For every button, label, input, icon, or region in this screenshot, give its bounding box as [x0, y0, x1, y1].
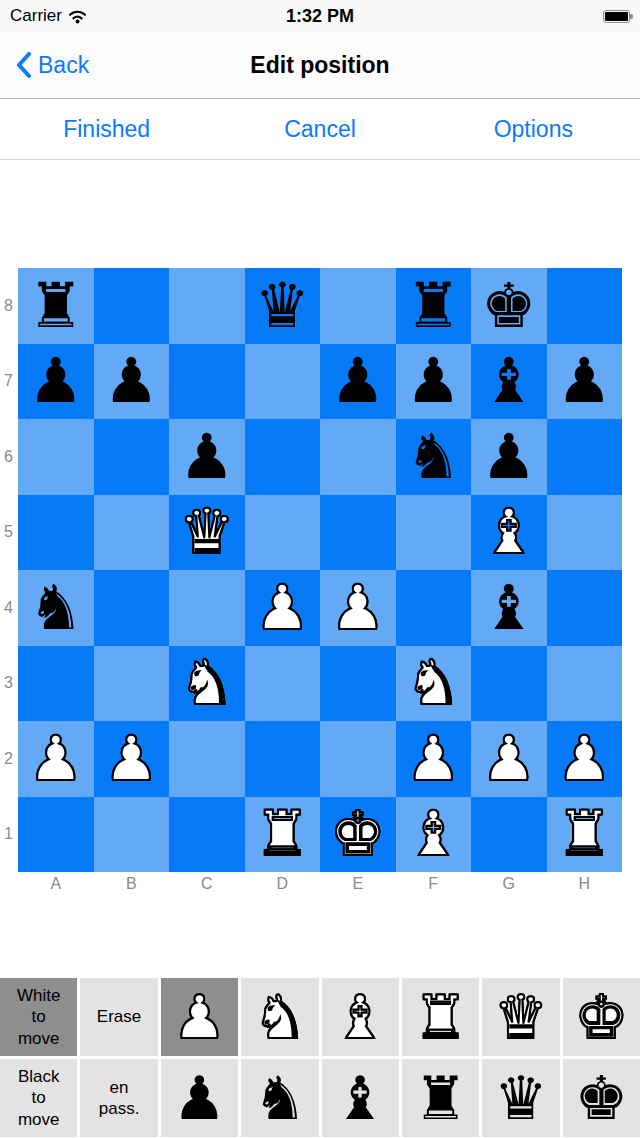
- piece-white-knight: ♞: [405, 652, 461, 714]
- file-label-h: H: [547, 874, 623, 894]
- square-f3[interactable]: ♞: [396, 646, 472, 722]
- square-d6[interactable]: [245, 419, 321, 495]
- piece-white-pawn: ♟: [28, 728, 84, 790]
- rank-label-8: 8: [1, 268, 16, 344]
- en-passant-button[interactable]: en pass.: [80, 1059, 157, 1137]
- erase-button-label: Erase: [97, 1006, 141, 1027]
- chess-board: ♜♛♜♚♟♟♟♟♝♟♟♞♟♛♝♞♟♟♝♞♞♟♟♟♟♟♜♚♝♜: [18, 268, 622, 872]
- back-chevron-icon: [16, 52, 31, 78]
- square-h7[interactable]: ♟: [547, 344, 623, 420]
- black-knight-button[interactable]: ♞: [241, 1059, 318, 1137]
- black-king-button[interactable]: ♚: [563, 1059, 640, 1137]
- square-c1[interactable]: [169, 797, 245, 873]
- piece-white-pawn: ♟: [405, 728, 461, 790]
- square-g6[interactable]: ♟: [471, 419, 547, 495]
- square-b3[interactable]: [94, 646, 170, 722]
- white-bishop-button[interactable]: ♝: [322, 978, 399, 1056]
- clock: 1:32 PM: [0, 6, 640, 27]
- square-d3[interactable]: [245, 646, 321, 722]
- piece-black-bishop: ♝: [481, 577, 537, 639]
- cancel-button[interactable]: Cancel: [213, 116, 426, 143]
- piece-black-pawn: ♟: [179, 426, 235, 488]
- palette-piece-black-rook: ♜: [414, 1068, 468, 1128]
- rank-label-1: 1: [1, 797, 16, 873]
- square-f8[interactable]: ♜: [396, 268, 472, 344]
- square-h6[interactable]: [547, 419, 623, 495]
- square-e2[interactable]: [320, 721, 396, 797]
- square-c5[interactable]: ♛: [169, 495, 245, 571]
- edit-toolbar: Finished Cancel Options: [0, 99, 640, 160]
- back-button[interactable]: Back: [16, 52, 89, 79]
- square-g7[interactable]: ♝: [471, 344, 547, 420]
- file-label-g: G: [471, 874, 547, 894]
- square-c2[interactable]: [169, 721, 245, 797]
- square-g5[interactable]: ♝: [471, 495, 547, 571]
- square-a7[interactable]: ♟: [18, 344, 94, 420]
- square-f5[interactable]: [396, 495, 472, 571]
- square-d4[interactable]: ♟: [245, 570, 321, 646]
- square-f4[interactable]: [396, 570, 472, 646]
- file-label-f: F: [396, 874, 472, 894]
- piece-white-pawn: ♟: [103, 728, 159, 790]
- finished-button[interactable]: Finished: [0, 116, 213, 143]
- black-rook-button[interactable]: ♜: [402, 1059, 479, 1137]
- piece-white-pawn: ♟: [481, 728, 537, 790]
- options-button[interactable]: Options: [427, 116, 640, 143]
- square-b1[interactable]: [94, 797, 170, 873]
- rank-label-2: 2: [1, 721, 16, 797]
- board-area: ♜♛♜♚♟♟♟♟♝♟♟♞♟♛♝♞♟♟♝♞♞♟♟♟♟♟♜♚♝♜ 87654321A…: [18, 268, 622, 872]
- rank-label-5: 5: [1, 495, 16, 571]
- square-a8[interactable]: ♜: [18, 268, 94, 344]
- piece-white-rook: ♜: [556, 803, 612, 865]
- black-queen-button[interactable]: ♛: [482, 1059, 559, 1137]
- square-e4[interactable]: ♟: [320, 570, 396, 646]
- piece-black-king: ♚: [481, 275, 537, 337]
- piece-black-queen: ♛: [254, 275, 310, 337]
- square-a3[interactable]: [18, 646, 94, 722]
- square-g8[interactable]: ♚: [471, 268, 547, 344]
- square-d8[interactable]: ♛: [245, 268, 321, 344]
- white-king-button[interactable]: ♚: [563, 978, 640, 1056]
- en-passant-button-label: en pass.: [99, 1077, 140, 1120]
- black-pawn-button[interactable]: ♟: [161, 1059, 238, 1137]
- square-d5[interactable]: [245, 495, 321, 571]
- piece-white-pawn: ♟: [556, 728, 612, 790]
- square-f1[interactable]: ♝: [396, 797, 472, 873]
- square-c3[interactable]: ♞: [169, 646, 245, 722]
- battery-icon: [603, 10, 630, 23]
- piece-white-king: ♚: [330, 803, 386, 865]
- square-f6[interactable]: ♞: [396, 419, 472, 495]
- rank-label-7: 7: [1, 344, 16, 420]
- rank-label-3: 3: [1, 646, 16, 722]
- file-label-d: D: [245, 874, 321, 894]
- black-to-move-button-label: Black to move: [18, 1066, 60, 1130]
- piece-black-pawn: ♟: [103, 350, 159, 412]
- square-b2[interactable]: ♟: [94, 721, 170, 797]
- square-h3[interactable]: [547, 646, 623, 722]
- square-e1[interactable]: ♚: [320, 797, 396, 873]
- file-label-c: C: [169, 874, 245, 894]
- nav-bar: Back Edit position: [0, 32, 640, 99]
- piece-black-pawn: ♟: [28, 350, 84, 412]
- white-rook-button[interactable]: ♜: [402, 978, 479, 1056]
- square-b6[interactable]: [94, 419, 170, 495]
- square-d1[interactable]: ♜: [245, 797, 321, 873]
- piece-black-knight: ♞: [405, 426, 461, 488]
- square-h4[interactable]: [547, 570, 623, 646]
- rank-label-6: 6: [1, 419, 16, 495]
- palette-piece-white-bishop: ♝: [333, 987, 387, 1047]
- square-c4[interactable]: [169, 570, 245, 646]
- back-label: Back: [38, 52, 89, 79]
- palette-piece-black-queen: ♛: [494, 1068, 548, 1128]
- file-label-a: A: [18, 874, 94, 894]
- page-title: Edit position: [0, 52, 640, 79]
- white-queen-button[interactable]: ♛: [482, 978, 559, 1056]
- square-b4[interactable]: [94, 570, 170, 646]
- square-e8[interactable]: [320, 268, 396, 344]
- black-to-move-button[interactable]: Black to move: [0, 1059, 77, 1137]
- file-label-e: E: [320, 874, 396, 894]
- square-b7[interactable]: ♟: [94, 344, 170, 420]
- square-e5[interactable]: [320, 495, 396, 571]
- erase-button[interactable]: Erase: [80, 978, 157, 1056]
- square-c6[interactable]: ♟: [169, 419, 245, 495]
- square-h1[interactable]: ♜: [547, 797, 623, 873]
- piece-black-rook: ♜: [405, 275, 461, 337]
- piece-white-pawn: ♟: [330, 577, 386, 639]
- piece-white-bishop: ♝: [405, 803, 461, 865]
- piece-black-pawn: ♟: [556, 350, 612, 412]
- white-to-move-button-label: White to move: [17, 985, 60, 1049]
- piece-black-knight: ♞: [28, 577, 84, 639]
- square-g1[interactable]: [471, 797, 547, 873]
- battery-area: [603, 10, 630, 23]
- square-g3[interactable]: [471, 646, 547, 722]
- piece-white-bishop: ♝: [481, 501, 537, 563]
- white-to-move-button[interactable]: White to move: [0, 978, 77, 1056]
- white-knight-button[interactable]: ♞: [241, 978, 318, 1056]
- palette-piece-black-knight: ♞: [253, 1068, 307, 1128]
- square-f2[interactable]: ♟: [396, 721, 472, 797]
- piece-white-queen: ♛: [179, 501, 235, 563]
- square-h2[interactable]: ♟: [547, 721, 623, 797]
- palette-piece-black-king: ♚: [574, 1068, 628, 1128]
- status-bar: Carrier 1:32 PM: [0, 0, 640, 32]
- palette-piece-white-pawn: ♟: [173, 987, 227, 1047]
- piece-black-pawn: ♟: [330, 350, 386, 412]
- square-e7[interactable]: ♟: [320, 344, 396, 420]
- square-e3[interactable]: [320, 646, 396, 722]
- white-pawn-button[interactable]: ♟: [161, 978, 238, 1056]
- piece-palette: White to moveErase♟♞♝♜♛♚Black to moveen …: [0, 978, 640, 1138]
- file-label-b: B: [94, 874, 170, 894]
- square-a2[interactable]: ♟: [18, 721, 94, 797]
- square-c8[interactable]: [169, 268, 245, 344]
- piece-black-pawn: ♟: [481, 426, 537, 488]
- square-a5[interactable]: [18, 495, 94, 571]
- piece-white-knight: ♞: [179, 652, 235, 714]
- rank-label-4: 4: [1, 570, 16, 646]
- piece-black-rook: ♜: [28, 275, 84, 337]
- palette-piece-white-knight: ♞: [253, 987, 307, 1047]
- edit-position-screen: Carrier 1:32 PM Back Edit position Finis…: [0, 0, 640, 1138]
- square-b5[interactable]: [94, 495, 170, 571]
- square-g2[interactable]: ♟: [471, 721, 547, 797]
- square-h5[interactable]: [547, 495, 623, 571]
- square-f7[interactable]: ♟: [396, 344, 472, 420]
- square-a6[interactable]: [18, 419, 94, 495]
- palette-piece-white-king: ♚: [574, 987, 628, 1047]
- piece-white-rook: ♜: [254, 803, 310, 865]
- square-a1[interactable]: [18, 797, 94, 873]
- palette-piece-white-rook: ♜: [414, 987, 468, 1047]
- piece-black-bishop: ♝: [481, 350, 537, 412]
- square-d7[interactable]: [245, 344, 321, 420]
- palette-piece-white-queen: ♛: [494, 987, 548, 1047]
- square-c7[interactable]: [169, 344, 245, 420]
- palette-piece-black-pawn: ♟: [173, 1068, 227, 1128]
- palette-piece-black-bishop: ♝: [333, 1068, 387, 1128]
- square-h8[interactable]: [547, 268, 623, 344]
- square-g4[interactable]: ♝: [471, 570, 547, 646]
- square-d2[interactable]: [245, 721, 321, 797]
- piece-white-pawn: ♟: [254, 577, 310, 639]
- square-e6[interactable]: [320, 419, 396, 495]
- piece-black-pawn: ♟: [405, 350, 461, 412]
- square-b8[interactable]: [94, 268, 170, 344]
- square-a4[interactable]: ♞: [18, 570, 94, 646]
- black-bishop-button[interactable]: ♝: [322, 1059, 399, 1137]
